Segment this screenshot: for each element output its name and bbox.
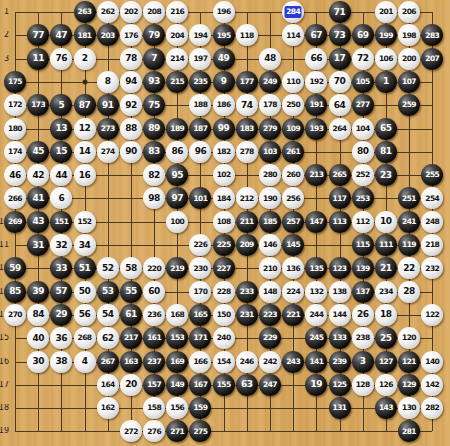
- stone-white-266[interactable]: 266: [4, 187, 26, 209]
- stone-white-252[interactable]: 252: [352, 164, 374, 186]
- stone-black-223[interactable]: 223: [259, 304, 281, 326]
- move-number: 275: [194, 428, 208, 436]
- stone-black-51[interactable]: 51: [74, 257, 96, 279]
- stone-black-13[interactable]: 13: [50, 118, 72, 140]
- stone-white-256[interactable]: 256: [282, 187, 304, 209]
- stone-black-49[interactable]: 49: [213, 48, 235, 70]
- stone-black-17[interactable]: 17: [329, 48, 351, 70]
- stone-black-115[interactable]: 115: [352, 234, 374, 256]
- stone-black-187[interactable]: 187: [189, 118, 211, 140]
- stone-black-235[interactable]: 235: [189, 71, 211, 93]
- stone-black-89[interactable]: 89: [143, 118, 165, 140]
- stone-white-240[interactable]: 240: [213, 327, 235, 349]
- stone-white-280[interactable]: 280: [259, 164, 281, 186]
- stone-black-73[interactable]: 73: [329, 24, 351, 46]
- stone-white-238[interactable]: 238: [352, 327, 374, 349]
- stone-white-202[interactable]: 202: [120, 1, 142, 23]
- stone-black-77[interactable]: 77: [27, 24, 49, 46]
- stone-black-141[interactable]: 141: [305, 351, 327, 373]
- stone-white-172[interactable]: 172: [4, 94, 26, 116]
- stone-black-269[interactable]: 269: [4, 211, 26, 233]
- stone-white-128[interactable]: 128: [352, 374, 374, 396]
- move-number: 227: [217, 265, 231, 273]
- move-number: 165: [194, 311, 208, 319]
- stone-white-198[interactable]: 198: [398, 24, 420, 46]
- stone-black-161[interactable]: 161: [143, 327, 165, 349]
- stone-black-247[interactable]: 247: [259, 374, 281, 396]
- stone-black-19[interactable]: 19: [305, 374, 327, 396]
- stone-black-9[interactable]: 9: [213, 71, 235, 93]
- stone-black-183[interactable]: 183: [236, 118, 258, 140]
- stone-white-230[interactable]: 230: [189, 257, 211, 279]
- move-number: 188: [194, 101, 208, 109]
- stone-black-193[interactable]: 193: [305, 118, 327, 140]
- stone-black-71[interactable]: 71: [329, 1, 351, 23]
- stone-black-119[interactable]: 119: [398, 234, 420, 256]
- stone-black-23[interactable]: 23: [375, 164, 397, 186]
- stone-white-82[interactable]: 82: [143, 164, 165, 186]
- stone-white-262[interactable]: 262: [97, 1, 119, 23]
- stone-white-56[interactable]: 56: [74, 304, 96, 326]
- stone-white-254[interactable]: 254: [421, 187, 443, 209]
- stone-white-54[interactable]: 54: [97, 304, 119, 326]
- stone-white-126[interactable]: 126: [375, 374, 397, 396]
- stone-black-217[interactable]: 217: [120, 327, 142, 349]
- stone-white-60[interactable]: 60: [143, 281, 165, 303]
- stone-white-174[interactable]: 174: [4, 141, 26, 163]
- stone-black-273[interactable]: 273: [97, 118, 119, 140]
- stone-white-182[interactable]: 182: [213, 141, 235, 163]
- move-number: 95: [171, 171, 183, 180]
- stone-white-6[interactable]: 6: [50, 187, 72, 209]
- stone-white-144[interactable]: 144: [329, 304, 351, 326]
- stone-white-140[interactable]: 140: [421, 351, 443, 373]
- stone-white-152[interactable]: 152: [74, 211, 96, 233]
- stone-white-154[interactable]: 154: [213, 351, 235, 373]
- stone-black-117[interactable]: 117: [329, 187, 351, 209]
- stone-black-219[interactable]: 219: [166, 257, 188, 279]
- move-number: 242: [263, 358, 277, 366]
- stone-white-136[interactable]: 136: [282, 257, 304, 279]
- move-number: 50: [79, 287, 91, 296]
- stone-white-194[interactable]: 194: [189, 24, 211, 46]
- stone-black-65[interactable]: 65: [375, 118, 397, 140]
- move-number: 173: [31, 101, 45, 109]
- stone-black-109[interactable]: 109: [282, 118, 304, 140]
- stone-white-44[interactable]: 44: [50, 164, 72, 186]
- stone-black-59[interactable]: 59: [4, 257, 26, 279]
- stone-white-92[interactable]: 92: [120, 94, 142, 116]
- stone-white-28[interactable]: 28: [398, 281, 420, 303]
- stone-black-225[interactable]: 225: [213, 234, 235, 256]
- stone-black-79[interactable]: 79: [143, 24, 165, 46]
- stone-white-72[interactable]: 72: [352, 48, 374, 70]
- move-number: 243: [286, 358, 300, 366]
- stone-black-163[interactable]: 163: [120, 351, 142, 373]
- stone-black-129[interactable]: 129: [398, 374, 420, 396]
- stone-black-277[interactable]: 277: [352, 94, 374, 116]
- stone-white-52[interactable]: 52: [97, 257, 119, 279]
- go-board[interactable]: 1234567891011121314151617181926326220220…: [0, 0, 450, 446]
- stone-black-231[interactable]: 231: [236, 304, 258, 326]
- stone-white-168[interactable]: 168: [166, 304, 188, 326]
- stone-black-255[interactable]: 255: [421, 164, 443, 186]
- stone-black-61[interactable]: 61: [120, 304, 142, 326]
- stone-black-25[interactable]: 25: [375, 327, 397, 349]
- stone-white-46[interactable]: 46: [4, 164, 26, 186]
- stone-black-271[interactable]: 271: [166, 420, 188, 442]
- stone-black-209[interactable]: 209: [236, 234, 258, 256]
- stone-black-111[interactable]: 111: [375, 234, 397, 256]
- stone-white-150[interactable]: 150: [213, 304, 235, 326]
- stone-white-70[interactable]: 70: [329, 71, 351, 93]
- stone-black-237[interactable]: 237: [143, 351, 165, 373]
- stone-black-47[interactable]: 47: [50, 24, 72, 46]
- stone-black-103[interactable]: 103: [259, 141, 281, 163]
- stone-black-167[interactable]: 167: [189, 374, 211, 396]
- stone-black-245[interactable]: 245: [305, 327, 327, 349]
- move-number: 200: [402, 55, 416, 63]
- stone-black-165[interactable]: 165: [189, 304, 211, 326]
- stone-white-170[interactable]: 170: [189, 281, 211, 303]
- move-number: 101: [194, 195, 208, 203]
- stone-white-132[interactable]: 132: [305, 281, 327, 303]
- stone-black-131[interactable]: 131: [329, 397, 351, 419]
- stone-white-76[interactable]: 76: [50, 48, 72, 70]
- stone-white-176[interactable]: 176: [120, 24, 142, 46]
- stone-white-212[interactable]: 212: [236, 187, 258, 209]
- stone-white-284[interactable]: 284: [282, 1, 304, 23]
- stone-black-99[interactable]: 99: [213, 118, 235, 140]
- stone-white-32[interactable]: 32: [50, 234, 72, 256]
- stone-black-265[interactable]: 265: [329, 164, 351, 186]
- stone-black-185[interactable]: 185: [259, 211, 281, 233]
- stone-white-272[interactable]: 272: [120, 420, 142, 442]
- stone-black-135[interactable]: 135: [305, 257, 327, 279]
- stone-white-148[interactable]: 148: [259, 281, 281, 303]
- stone-black-7[interactable]: 7: [143, 48, 165, 70]
- stone-black-5[interactable]: 5: [50, 94, 72, 116]
- stone-white-220[interactable]: 220: [143, 257, 165, 279]
- stone-white-192[interactable]: 192: [305, 71, 327, 93]
- stone-black-63[interactable]: 63: [236, 374, 258, 396]
- stone-black-105[interactable]: 105: [352, 71, 374, 93]
- stone-white-2[interactable]: 2: [74, 48, 96, 70]
- stone-white-22[interactable]: 22: [398, 257, 420, 279]
- move-number: 121: [402, 358, 416, 366]
- stone-black-233[interactable]: 233: [236, 281, 258, 303]
- stone-black-39[interactable]: 39: [27, 281, 49, 303]
- move-number: 108: [217, 218, 231, 226]
- move-number: 163: [124, 358, 138, 366]
- stone-white-100[interactable]: 100: [166, 211, 188, 233]
- stone-white-196[interactable]: 196: [213, 1, 235, 23]
- stone-white-14[interactable]: 14: [74, 141, 96, 163]
- stone-white-234[interactable]: 234: [375, 281, 397, 303]
- stone-white-142[interactable]: 142: [421, 374, 443, 396]
- stone-white-278[interactable]: 278: [236, 141, 258, 163]
- move-number: 107: [402, 78, 416, 86]
- stone-black-171[interactable]: 171: [189, 327, 211, 349]
- move-number: 42: [32, 171, 44, 180]
- stone-white-110[interactable]: 110: [282, 71, 304, 93]
- stone-black-181[interactable]: 181: [74, 24, 96, 46]
- stone-white-12[interactable]: 12: [74, 118, 96, 140]
- stone-white-106[interactable]: 106: [375, 48, 397, 70]
- stone-white-42[interactable]: 42: [27, 164, 49, 186]
- move-number: 223: [263, 311, 277, 319]
- move-number: 234: [379, 288, 393, 296]
- stone-black-143[interactable]: 143: [375, 397, 397, 419]
- stone-white-78[interactable]: 78: [120, 48, 142, 70]
- stone-black-145[interactable]: 145: [282, 234, 304, 256]
- stone-white-242[interactable]: 242: [259, 351, 281, 373]
- stone-white-264[interactable]: 264: [329, 118, 351, 140]
- stone-black-91[interactable]: 91: [97, 94, 119, 116]
- stone-white-236[interactable]: 236: [143, 304, 165, 326]
- stone-black-253[interactable]: 253: [352, 187, 374, 209]
- stone-white-122[interactable]: 122: [421, 304, 443, 326]
- stone-white-188[interactable]: 188: [189, 94, 211, 116]
- stone-white-246[interactable]: 246: [236, 351, 258, 373]
- stone-black-221[interactable]: 221: [282, 304, 304, 326]
- row-label: 2: [0, 31, 9, 39]
- stone-white-40[interactable]: 40: [27, 327, 49, 349]
- stone-black-29[interactable]: 29: [50, 304, 72, 326]
- stone-white-130[interactable]: 130: [398, 397, 420, 419]
- stone-white-216[interactable]: 216: [166, 1, 188, 23]
- stone-white-206[interactable]: 206: [398, 1, 420, 23]
- stone-black-153[interactable]: 153: [166, 327, 188, 349]
- stone-white-210[interactable]: 210: [259, 257, 281, 279]
- stone-black-133[interactable]: 133: [329, 327, 351, 349]
- stone-white-186[interactable]: 186: [213, 94, 235, 116]
- stone-white-90[interactable]: 90: [120, 141, 142, 163]
- move-number: 115: [356, 241, 370, 249]
- stone-black-15[interactable]: 15: [50, 141, 72, 163]
- stone-black-83[interactable]: 83: [143, 141, 165, 163]
- stone-black-213[interactable]: 213: [305, 164, 327, 186]
- stone-white-138[interactable]: 138: [329, 281, 351, 303]
- stone-black-53[interactable]: 53: [97, 281, 119, 303]
- stone-white-166[interactable]: 166: [189, 351, 211, 373]
- stone-white-48[interactable]: 48: [259, 48, 281, 70]
- stone-white-96[interactable]: 96: [189, 141, 211, 163]
- stone-white-200[interactable]: 200: [398, 48, 420, 70]
- stone-white-26[interactable]: 26: [352, 304, 374, 326]
- stone-black-251[interactable]: 251: [398, 187, 420, 209]
- stone-white-20[interactable]: 20: [120, 374, 142, 396]
- stone-white-204[interactable]: 204: [166, 24, 188, 46]
- stone-black-55[interactable]: 55: [120, 281, 142, 303]
- stone-white-120[interactable]: 120: [398, 327, 420, 349]
- stone-white-270[interactable]: 270: [4, 304, 26, 326]
- stone-white-208[interactable]: 208: [143, 1, 165, 23]
- stone-white-248[interactable]: 248: [421, 211, 443, 233]
- stone-white-16[interactable]: 16: [74, 164, 96, 186]
- stone-black-243[interactable]: 243: [282, 351, 304, 373]
- stone-white-244[interactable]: 244: [305, 304, 327, 326]
- stone-black-257[interactable]: 257: [282, 211, 304, 233]
- stone-white-260[interactable]: 260: [282, 164, 304, 186]
- stone-black-283[interactable]: 283: [421, 24, 443, 46]
- stone-white-190[interactable]: 190: [259, 187, 281, 209]
- stone-white-104[interactable]: 104: [352, 118, 374, 140]
- stone-white-34[interactable]: 34: [74, 234, 96, 256]
- stone-white-218[interactable]: 218: [421, 234, 443, 256]
- stone-black-215[interactable]: 215: [166, 71, 188, 93]
- stone-black-125[interactable]: 125: [329, 374, 351, 396]
- stone-black-259[interactable]: 259: [398, 94, 420, 116]
- stone-black-93[interactable]: 93: [143, 71, 165, 93]
- stone-white-66[interactable]: 66: [305, 48, 327, 70]
- stone-black-85[interactable]: 85: [4, 281, 26, 303]
- stone-black-107[interactable]: 107: [398, 71, 420, 93]
- stone-black-199[interactable]: 199: [375, 24, 397, 46]
- stone-black-175[interactable]: 175: [4, 71, 26, 93]
- stone-white-8[interactable]: 8: [97, 71, 119, 93]
- stone-white-84[interactable]: 84: [27, 304, 49, 326]
- stone-white-162[interactable]: 162: [97, 397, 119, 419]
- stone-white-18[interactable]: 18: [375, 304, 397, 326]
- stone-black-75[interactable]: 75: [143, 94, 165, 116]
- stone-black-191[interactable]: 191: [305, 94, 327, 116]
- stone-black-81[interactable]: 81: [375, 141, 397, 163]
- stone-black-87[interactable]: 87: [74, 94, 96, 116]
- stone-white-108[interactable]: 108: [213, 211, 235, 233]
- stone-black-95[interactable]: 95: [166, 164, 188, 186]
- stone-black-113[interactable]: 113: [329, 211, 351, 233]
- stone-black-169[interactable]: 169: [166, 351, 188, 373]
- stone-black-127[interactable]: 127: [375, 351, 397, 373]
- stone-black-139[interactable]: 139: [352, 257, 374, 279]
- stone-black-239[interactable]: 239: [329, 351, 351, 373]
- stone-white-214[interactable]: 214: [166, 48, 188, 70]
- stone-black-123[interactable]: 123: [329, 257, 351, 279]
- move-number: 141: [309, 358, 323, 366]
- stone-white-114[interactable]: 114: [282, 24, 304, 46]
- stone-white-62[interactable]: 62: [97, 327, 119, 349]
- stone-white-86[interactable]: 86: [166, 141, 188, 163]
- stone-white-276[interactable]: 276: [143, 420, 165, 442]
- stone-white-118[interactable]: 118: [236, 24, 258, 46]
- stone-white-64[interactable]: 64: [329, 94, 351, 116]
- stone-white-80[interactable]: 80: [352, 141, 374, 163]
- stone-black-157[interactable]: 157: [143, 374, 165, 396]
- move-number: 216: [170, 8, 184, 16]
- move-number: 246: [240, 358, 254, 366]
- stone-black-41[interactable]: 41: [27, 187, 49, 209]
- stone-black-279[interactable]: 279: [259, 118, 281, 140]
- stone-white-250[interactable]: 250: [282, 94, 304, 116]
- stone-black-189[interactable]: 189: [166, 118, 188, 140]
- move-number: 232: [425, 265, 439, 273]
- stone-white-58[interactable]: 58: [120, 257, 142, 279]
- stone-white-30[interactable]: 30: [27, 351, 49, 373]
- stone-black-149[interactable]: 149: [166, 374, 188, 396]
- stone-black-229[interactable]: 229: [259, 327, 281, 349]
- stone-black-31[interactable]: 31: [27, 234, 49, 256]
- stone-black-211[interactable]: 211: [236, 211, 258, 233]
- stone-white-282[interactable]: 282: [421, 397, 443, 419]
- stone-white-88[interactable]: 88: [120, 118, 142, 140]
- stone-white-184[interactable]: 184: [213, 187, 235, 209]
- stone-black-97[interactable]: 97: [166, 187, 188, 209]
- stone-black-3[interactable]: 3: [352, 351, 374, 373]
- stone-white-197[interactable]: 197: [189, 48, 211, 70]
- stone-black-203[interactable]: 203: [97, 24, 119, 46]
- stone-black-173[interactable]: 173: [27, 94, 49, 116]
- stone-black-69[interactable]: 69: [352, 24, 374, 46]
- stone-black-281[interactable]: 281: [398, 420, 420, 442]
- stone-white-94[interactable]: 94: [120, 71, 142, 93]
- move-number: 217: [124, 334, 138, 342]
- stone-black-137[interactable]: 137: [352, 281, 374, 303]
- stone-black-101[interactable]: 101: [189, 187, 211, 209]
- stone-white-228[interactable]: 228: [213, 281, 235, 303]
- stone-white-226[interactable]: 226: [189, 234, 211, 256]
- stone-white-232[interactable]: 232: [421, 257, 443, 279]
- stone-white-98[interactable]: 98: [143, 187, 165, 209]
- stone-white-146[interactable]: 146: [259, 234, 281, 256]
- stone-black-267[interactable]: 267: [97, 351, 119, 373]
- stone-white-38[interactable]: 38: [50, 351, 72, 373]
- stone-black-155[interactable]: 155: [213, 374, 235, 396]
- stone-black-263[interactable]: 263: [74, 1, 96, 23]
- stone-black-195[interactable]: 195: [213, 24, 235, 46]
- stone-black-261[interactable]: 261: [282, 141, 304, 163]
- move-number: 57: [56, 287, 68, 296]
- stone-black-121[interactable]: 121: [398, 351, 420, 373]
- stone-white-201[interactable]: 201: [375, 1, 397, 23]
- stone-white-112[interactable]: 112: [352, 211, 374, 233]
- move-number: 17: [334, 54, 346, 63]
- stone-white-164[interactable]: 164: [97, 374, 119, 396]
- stone-white-178[interactable]: 178: [259, 94, 281, 116]
- stone-white-274[interactable]: 274: [97, 141, 119, 163]
- stone-black-151[interactable]: 151: [50, 211, 72, 233]
- stone-black-33[interactable]: 33: [50, 257, 72, 279]
- stone-white-158[interactable]: 158: [143, 397, 165, 419]
- move-number: 220: [147, 265, 161, 273]
- stone-white-156[interactable]: 156: [166, 397, 188, 419]
- stone-white-224[interactable]: 224: [282, 281, 304, 303]
- stone-white-10[interactable]: 10: [375, 211, 397, 233]
- stone-black-227[interactable]: 227: [213, 257, 235, 279]
- stone-black-11[interactable]: 11: [27, 48, 49, 70]
- stone-black-249[interactable]: 249: [259, 71, 281, 93]
- stone-black-1[interactable]: 1: [375, 71, 397, 93]
- stone-white-180[interactable]: 180: [4, 118, 26, 140]
- stone-white-36[interactable]: 36: [50, 327, 72, 349]
- stone-black-45[interactable]: 45: [27, 141, 49, 163]
- stone-black-177[interactable]: 177: [236, 71, 258, 93]
- stone-white-74[interactable]: 74: [236, 94, 258, 116]
- stone-black-241[interactable]: 241: [398, 211, 420, 233]
- stone-black-207[interactable]: 207: [421, 48, 443, 70]
- stone-white-102[interactable]: 102: [213, 164, 235, 186]
- stone-black-57[interactable]: 57: [50, 281, 72, 303]
- stone-black-21[interactable]: 21: [375, 257, 397, 279]
- stone-black-67[interactable]: 67: [305, 24, 327, 46]
- stone-white-50[interactable]: 50: [74, 281, 96, 303]
- stone-white-268[interactable]: 268: [74, 327, 96, 349]
- stone-black-275[interactable]: 275: [189, 420, 211, 442]
- stone-white-4[interactable]: 4: [74, 351, 96, 373]
- stone-black-147[interactable]: 147: [305, 211, 327, 233]
- stone-black-43[interactable]: 43: [27, 211, 49, 233]
- stone-black-159[interactable]: 159: [189, 397, 211, 419]
